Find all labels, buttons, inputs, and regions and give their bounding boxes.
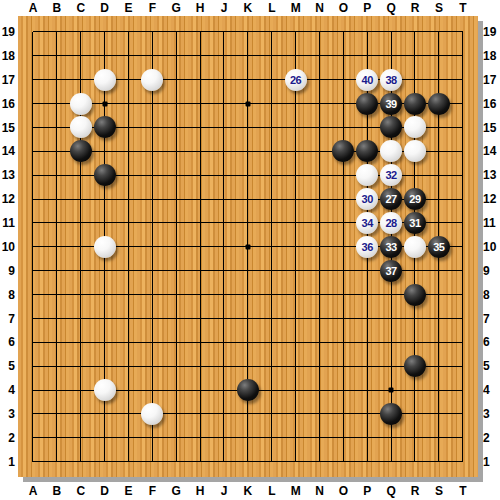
intersection-P16[interactable]: [355, 92, 379, 116]
intersection-L6[interactable]: [260, 330, 284, 354]
intersection-J7[interactable]: [212, 307, 236, 331]
intersection-S12[interactable]: [427, 187, 451, 211]
intersection-S17[interactable]: [427, 68, 451, 92]
intersection-B17[interactable]: [45, 68, 69, 92]
intersection-D16[interactable]: [93, 92, 117, 116]
intersection-O11[interactable]: [331, 211, 355, 235]
intersection-A16[interactable]: [21, 92, 45, 116]
intersection-M3[interactable]: [284, 402, 308, 426]
intersection-S11[interactable]: [427, 211, 451, 235]
intersection-L14[interactable]: [260, 139, 284, 163]
intersection-D15[interactable]: [93, 116, 117, 140]
intersection-B1[interactable]: [45, 450, 69, 474]
intersection-F1[interactable]: [140, 450, 164, 474]
intersection-H14[interactable]: [188, 139, 212, 163]
intersection-L12[interactable]: [260, 187, 284, 211]
intersection-D13[interactable]: [93, 163, 117, 187]
intersection-J2[interactable]: [212, 426, 236, 450]
intersection-G12[interactable]: [164, 187, 188, 211]
intersection-F16[interactable]: [140, 92, 164, 116]
intersection-C11[interactable]: [69, 211, 93, 235]
intersection-E19[interactable]: [117, 20, 141, 44]
intersection-E9[interactable]: [117, 259, 141, 283]
intersection-D17[interactable]: [93, 68, 117, 92]
intersection-A3[interactable]: [21, 402, 45, 426]
intersection-R16[interactable]: [403, 92, 427, 116]
intersection-P13[interactable]: [355, 163, 379, 187]
intersection-C2[interactable]: [69, 426, 93, 450]
intersection-K10[interactable]: [236, 235, 260, 259]
intersection-R14[interactable]: [403, 139, 427, 163]
intersection-O18[interactable]: [331, 44, 355, 68]
intersection-G17[interactable]: [164, 68, 188, 92]
intersection-Q10[interactable]: 33: [379, 235, 403, 259]
intersection-Q17[interactable]: 38: [379, 68, 403, 92]
intersection-C16[interactable]: [69, 92, 93, 116]
intersection-E4[interactable]: [117, 378, 141, 402]
intersection-H15[interactable]: [188, 116, 212, 140]
intersection-T14[interactable]: [451, 139, 475, 163]
intersection-R9[interactable]: [403, 259, 427, 283]
intersection-D4[interactable]: [93, 378, 117, 402]
intersection-O2[interactable]: [331, 426, 355, 450]
intersection-F18[interactable]: [140, 44, 164, 68]
intersection-Q9[interactable]: 37: [379, 259, 403, 283]
intersection-O1[interactable]: [331, 450, 355, 474]
intersection-C7[interactable]: [69, 307, 93, 331]
intersection-O9[interactable]: [331, 259, 355, 283]
intersection-N2[interactable]: [308, 426, 332, 450]
intersection-A9[interactable]: [21, 259, 45, 283]
intersection-T2[interactable]: [451, 426, 475, 450]
intersection-L19[interactable]: [260, 20, 284, 44]
intersection-M17[interactable]: 26: [284, 68, 308, 92]
intersection-F14[interactable]: [140, 139, 164, 163]
intersection-K2[interactable]: [236, 426, 260, 450]
intersection-L13[interactable]: [260, 163, 284, 187]
intersection-E16[interactable]: [117, 92, 141, 116]
intersection-M15[interactable]: [284, 116, 308, 140]
intersection-C10[interactable]: [69, 235, 93, 259]
intersection-E18[interactable]: [117, 44, 141, 68]
intersection-R11[interactable]: 31: [403, 211, 427, 235]
intersection-E10[interactable]: [117, 235, 141, 259]
intersection-T6[interactable]: [451, 330, 475, 354]
intersection-C13[interactable]: [69, 163, 93, 187]
intersection-T19[interactable]: [451, 20, 475, 44]
intersection-N18[interactable]: [308, 44, 332, 68]
intersection-J16[interactable]: [212, 92, 236, 116]
intersection-A19[interactable]: [21, 20, 45, 44]
intersection-R19[interactable]: [403, 20, 427, 44]
intersection-H3[interactable]: [188, 402, 212, 426]
intersection-J14[interactable]: [212, 139, 236, 163]
intersection-F9[interactable]: [140, 259, 164, 283]
intersection-S6[interactable]: [427, 330, 451, 354]
intersection-D6[interactable]: [93, 330, 117, 354]
intersection-A11[interactable]: [21, 211, 45, 235]
intersection-N9[interactable]: [308, 259, 332, 283]
intersection-J3[interactable]: [212, 402, 236, 426]
intersection-D1[interactable]: [93, 450, 117, 474]
intersection-H16[interactable]: [188, 92, 212, 116]
intersection-Q8[interactable]: [379, 283, 403, 307]
intersection-P6[interactable]: [355, 330, 379, 354]
intersection-B14[interactable]: [45, 139, 69, 163]
intersection-M18[interactable]: [284, 44, 308, 68]
intersection-B13[interactable]: [45, 163, 69, 187]
intersection-G5[interactable]: [164, 354, 188, 378]
intersection-T15[interactable]: [451, 116, 475, 140]
intersection-P5[interactable]: [355, 354, 379, 378]
intersection-P15[interactable]: [355, 116, 379, 140]
intersection-R2[interactable]: [403, 426, 427, 450]
intersection-B10[interactable]: [45, 235, 69, 259]
intersection-G8[interactable]: [164, 283, 188, 307]
intersection-H17[interactable]: [188, 68, 212, 92]
intersection-O17[interactable]: [331, 68, 355, 92]
intersection-C1[interactable]: [69, 450, 93, 474]
intersection-T8[interactable]: [451, 283, 475, 307]
intersection-M7[interactable]: [284, 307, 308, 331]
intersection-H1[interactable]: [188, 450, 212, 474]
intersection-R17[interactable]: [403, 68, 427, 92]
intersection-K6[interactable]: [236, 330, 260, 354]
intersection-B11[interactable]: [45, 211, 69, 235]
intersection-P10[interactable]: 36: [355, 235, 379, 259]
intersection-N7[interactable]: [308, 307, 332, 331]
intersection-Q11[interactable]: 28: [379, 211, 403, 235]
intersection-T9[interactable]: [451, 259, 475, 283]
intersection-D12[interactable]: [93, 187, 117, 211]
intersection-Q7[interactable]: [379, 307, 403, 331]
intersection-N6[interactable]: [308, 330, 332, 354]
intersection-C12[interactable]: [69, 187, 93, 211]
intersection-N14[interactable]: [308, 139, 332, 163]
intersection-C3[interactable]: [69, 402, 93, 426]
intersection-G2[interactable]: [164, 426, 188, 450]
intersection-D8[interactable]: [93, 283, 117, 307]
intersection-D5[interactable]: [93, 354, 117, 378]
intersection-S1[interactable]: [427, 450, 451, 474]
intersection-N4[interactable]: [308, 378, 332, 402]
intersection-P17[interactable]: 40: [355, 68, 379, 92]
intersection-E12[interactable]: [117, 187, 141, 211]
intersection-A14[interactable]: [21, 139, 45, 163]
intersection-A18[interactable]: [21, 44, 45, 68]
intersection-T13[interactable]: [451, 163, 475, 187]
intersection-Q19[interactable]: [379, 20, 403, 44]
intersection-H7[interactable]: [188, 307, 212, 331]
intersection-R7[interactable]: [403, 307, 427, 331]
intersection-C8[interactable]: [69, 283, 93, 307]
intersection-N5[interactable]: [308, 354, 332, 378]
intersection-O8[interactable]: [331, 283, 355, 307]
intersection-S2[interactable]: [427, 426, 451, 450]
intersection-G10[interactable]: [164, 235, 188, 259]
intersection-S14[interactable]: [427, 139, 451, 163]
intersection-O19[interactable]: [331, 20, 355, 44]
intersection-M10[interactable]: [284, 235, 308, 259]
intersection-A17[interactable]: [21, 68, 45, 92]
intersection-F5[interactable]: [140, 354, 164, 378]
intersection-C6[interactable]: [69, 330, 93, 354]
intersection-O13[interactable]: [331, 163, 355, 187]
intersection-O5[interactable]: [331, 354, 355, 378]
intersection-K11[interactable]: [236, 211, 260, 235]
intersection-R15[interactable]: [403, 116, 427, 140]
intersection-H12[interactable]: [188, 187, 212, 211]
intersection-F6[interactable]: [140, 330, 164, 354]
intersection-L3[interactable]: [260, 402, 284, 426]
intersection-P3[interactable]: [355, 402, 379, 426]
intersection-T18[interactable]: [451, 44, 475, 68]
intersection-L18[interactable]: [260, 44, 284, 68]
intersection-M11[interactable]: [284, 211, 308, 235]
intersection-K3[interactable]: [236, 402, 260, 426]
intersection-O3[interactable]: [331, 402, 355, 426]
intersection-E1[interactable]: [117, 450, 141, 474]
intersection-M1[interactable]: [284, 450, 308, 474]
intersection-N11[interactable]: [308, 211, 332, 235]
intersection-H4[interactable]: [188, 378, 212, 402]
intersection-F11[interactable]: [140, 211, 164, 235]
intersection-G16[interactable]: [164, 92, 188, 116]
intersection-G6[interactable]: [164, 330, 188, 354]
intersection-P8[interactable]: [355, 283, 379, 307]
intersection-A1[interactable]: [21, 450, 45, 474]
intersection-H10[interactable]: [188, 235, 212, 259]
intersection-S15[interactable]: [427, 116, 451, 140]
intersection-L10[interactable]: [260, 235, 284, 259]
intersection-M8[interactable]: [284, 283, 308, 307]
intersection-S7[interactable]: [427, 307, 451, 331]
intersection-J11[interactable]: [212, 211, 236, 235]
intersection-J19[interactable]: [212, 20, 236, 44]
intersection-P11[interactable]: 34: [355, 211, 379, 235]
intersection-L17[interactable]: [260, 68, 284, 92]
intersection-F10[interactable]: [140, 235, 164, 259]
intersection-F2[interactable]: [140, 426, 164, 450]
intersection-A12[interactable]: [21, 187, 45, 211]
intersection-N1[interactable]: [308, 450, 332, 474]
intersection-S16[interactable]: [427, 92, 451, 116]
intersection-G18[interactable]: [164, 44, 188, 68]
intersection-N19[interactable]: [308, 20, 332, 44]
intersection-J12[interactable]: [212, 187, 236, 211]
intersection-A7[interactable]: [21, 307, 45, 331]
intersection-M4[interactable]: [284, 378, 308, 402]
intersection-B19[interactable]: [45, 20, 69, 44]
intersection-B2[interactable]: [45, 426, 69, 450]
intersection-P4[interactable]: [355, 378, 379, 402]
intersection-Q5[interactable]: [379, 354, 403, 378]
intersection-D7[interactable]: [93, 307, 117, 331]
intersection-C14[interactable]: [69, 139, 93, 163]
intersection-B16[interactable]: [45, 92, 69, 116]
intersection-Q14[interactable]: [379, 139, 403, 163]
intersection-Q2[interactable]: [379, 426, 403, 450]
intersection-C19[interactable]: [69, 20, 93, 44]
intersection-N8[interactable]: [308, 283, 332, 307]
intersection-N13[interactable]: [308, 163, 332, 187]
intersection-M12[interactable]: [284, 187, 308, 211]
intersection-J8[interactable]: [212, 283, 236, 307]
intersection-G19[interactable]: [164, 20, 188, 44]
intersection-O7[interactable]: [331, 307, 355, 331]
intersection-K4[interactable]: [236, 378, 260, 402]
intersection-B4[interactable]: [45, 378, 69, 402]
intersection-K18[interactable]: [236, 44, 260, 68]
intersection-K12[interactable]: [236, 187, 260, 211]
intersection-S8[interactable]: [427, 283, 451, 307]
intersection-A13[interactable]: [21, 163, 45, 187]
intersection-P14[interactable]: [355, 139, 379, 163]
intersection-K7[interactable]: [236, 307, 260, 331]
intersection-G9[interactable]: [164, 259, 188, 283]
intersection-F19[interactable]: [140, 20, 164, 44]
intersection-F3[interactable]: [140, 402, 164, 426]
intersection-M2[interactable]: [284, 426, 308, 450]
intersection-E3[interactable]: [117, 402, 141, 426]
intersection-G4[interactable]: [164, 378, 188, 402]
intersection-H5[interactable]: [188, 354, 212, 378]
intersection-E2[interactable]: [117, 426, 141, 450]
intersection-M16[interactable]: [284, 92, 308, 116]
intersection-T3[interactable]: [451, 402, 475, 426]
intersection-O4[interactable]: [331, 378, 355, 402]
intersection-G13[interactable]: [164, 163, 188, 187]
intersection-E17[interactable]: [117, 68, 141, 92]
intersection-R6[interactable]: [403, 330, 427, 354]
intersection-J4[interactable]: [212, 378, 236, 402]
intersection-H9[interactable]: [188, 259, 212, 283]
intersection-C15[interactable]: [69, 116, 93, 140]
intersection-R8[interactable]: [403, 283, 427, 307]
intersection-J9[interactable]: [212, 259, 236, 283]
intersection-B7[interactable]: [45, 307, 69, 331]
intersection-R13[interactable]: [403, 163, 427, 187]
intersection-D10[interactable]: [93, 235, 117, 259]
intersection-C5[interactable]: [69, 354, 93, 378]
intersection-G11[interactable]: [164, 211, 188, 235]
intersection-P19[interactable]: [355, 20, 379, 44]
intersection-R12[interactable]: 29: [403, 187, 427, 211]
intersection-H6[interactable]: [188, 330, 212, 354]
intersection-T10[interactable]: [451, 235, 475, 259]
intersection-D19[interactable]: [93, 20, 117, 44]
intersection-J10[interactable]: [212, 235, 236, 259]
intersection-S19[interactable]: [427, 20, 451, 44]
intersection-Q4[interactable]: [379, 378, 403, 402]
intersection-H13[interactable]: [188, 163, 212, 187]
intersection-J13[interactable]: [212, 163, 236, 187]
intersection-T5[interactable]: [451, 354, 475, 378]
intersection-R1[interactable]: [403, 450, 427, 474]
intersection-D14[interactable]: [93, 139, 117, 163]
intersection-A5[interactable]: [21, 354, 45, 378]
intersection-Q12[interactable]: 27: [379, 187, 403, 211]
intersection-R3[interactable]: [403, 402, 427, 426]
intersection-C17[interactable]: [69, 68, 93, 92]
intersection-O6[interactable]: [331, 330, 355, 354]
intersection-L8[interactable]: [260, 283, 284, 307]
intersection-E8[interactable]: [117, 283, 141, 307]
intersection-M19[interactable]: [284, 20, 308, 44]
intersection-R5[interactable]: [403, 354, 427, 378]
intersection-R18[interactable]: [403, 44, 427, 68]
intersection-N3[interactable]: [308, 402, 332, 426]
intersection-P12[interactable]: 30: [355, 187, 379, 211]
intersection-E7[interactable]: [117, 307, 141, 331]
intersection-B12[interactable]: [45, 187, 69, 211]
intersection-M5[interactable]: [284, 354, 308, 378]
intersection-N12[interactable]: [308, 187, 332, 211]
intersection-E13[interactable]: [117, 163, 141, 187]
intersection-H8[interactable]: [188, 283, 212, 307]
intersection-H18[interactable]: [188, 44, 212, 68]
intersection-O10[interactable]: [331, 235, 355, 259]
intersection-O15[interactable]: [331, 116, 355, 140]
intersection-N17[interactable]: [308, 68, 332, 92]
intersection-A4[interactable]: [21, 378, 45, 402]
intersection-L9[interactable]: [260, 259, 284, 283]
intersection-L5[interactable]: [260, 354, 284, 378]
intersection-T1[interactable]: [451, 450, 475, 474]
intersection-O12[interactable]: [331, 187, 355, 211]
intersection-G14[interactable]: [164, 139, 188, 163]
intersection-S18[interactable]: [427, 44, 451, 68]
intersection-S5[interactable]: [427, 354, 451, 378]
intersection-K5[interactable]: [236, 354, 260, 378]
intersection-E15[interactable]: [117, 116, 141, 140]
intersection-O16[interactable]: [331, 92, 355, 116]
intersection-E14[interactable]: [117, 139, 141, 163]
intersection-S3[interactable]: [427, 402, 451, 426]
intersection-D11[interactable]: [93, 211, 117, 235]
intersection-K1[interactable]: [236, 450, 260, 474]
intersection-R4[interactable]: [403, 378, 427, 402]
intersection-S13[interactable]: [427, 163, 451, 187]
intersection-K19[interactable]: [236, 20, 260, 44]
intersection-L1[interactable]: [260, 450, 284, 474]
intersection-O14[interactable]: [331, 139, 355, 163]
intersection-K8[interactable]: [236, 283, 260, 307]
intersection-J17[interactable]: [212, 68, 236, 92]
intersection-B8[interactable]: [45, 283, 69, 307]
intersection-J6[interactable]: [212, 330, 236, 354]
intersection-A8[interactable]: [21, 283, 45, 307]
intersection-B18[interactable]: [45, 44, 69, 68]
intersection-Q16[interactable]: 39: [379, 92, 403, 116]
intersection-Q3[interactable]: [379, 402, 403, 426]
intersection-T11[interactable]: [451, 211, 475, 235]
intersection-S4[interactable]: [427, 378, 451, 402]
intersection-L4[interactable]: [260, 378, 284, 402]
intersection-C9[interactable]: [69, 259, 93, 283]
intersection-J18[interactable]: [212, 44, 236, 68]
intersection-K13[interactable]: [236, 163, 260, 187]
intersection-A2[interactable]: [21, 426, 45, 450]
intersection-Q13[interactable]: 32: [379, 163, 403, 187]
intersection-G15[interactable]: [164, 116, 188, 140]
intersection-T16[interactable]: [451, 92, 475, 116]
intersection-B9[interactable]: [45, 259, 69, 283]
intersection-N16[interactable]: [308, 92, 332, 116]
intersection-G7[interactable]: [164, 307, 188, 331]
intersection-R10[interactable]: [403, 235, 427, 259]
intersection-F7[interactable]: [140, 307, 164, 331]
